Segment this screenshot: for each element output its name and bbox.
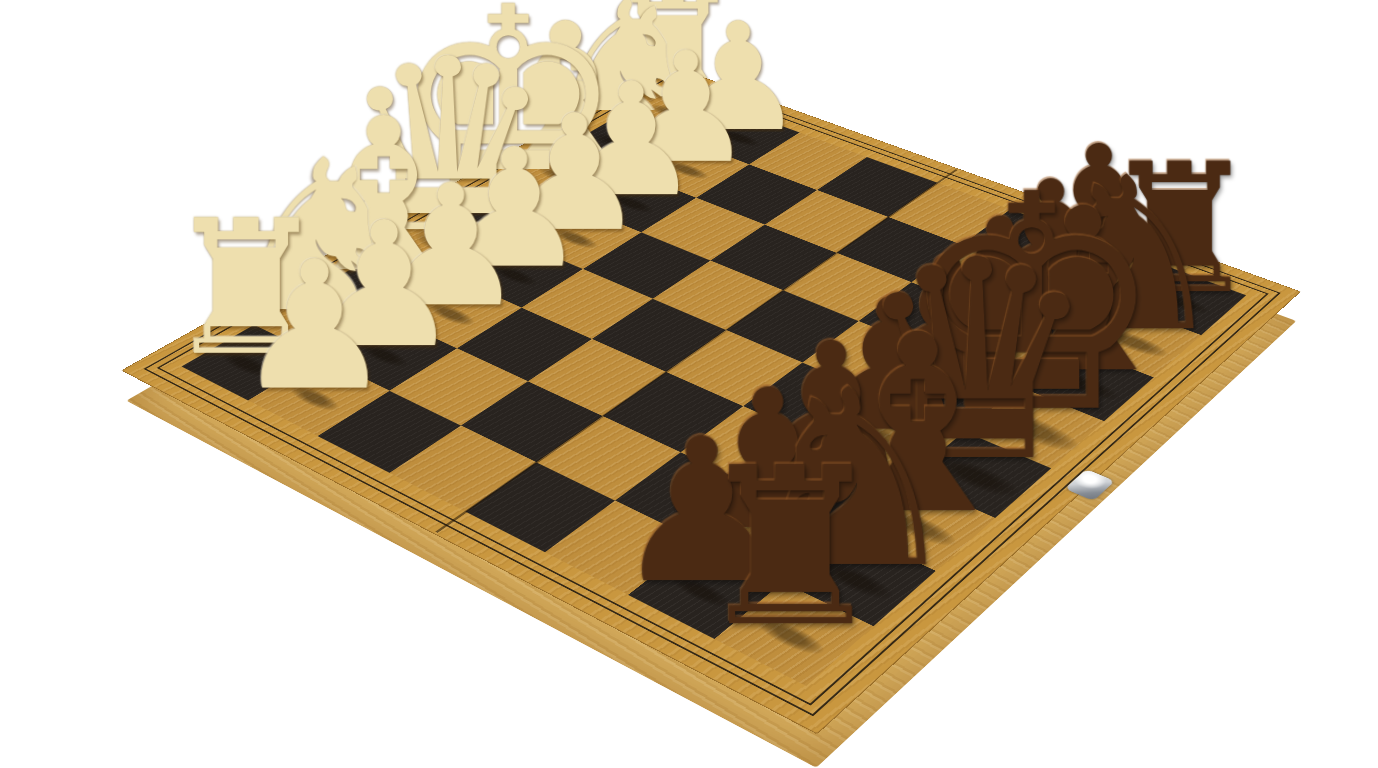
board-3d-tilt: ♜♟♟♜♞♟♟♞♝♟♟♝♚♟♟♚♛♟♟♛♝♟♟♝♞♟♟♞♜♟♟♜ <box>121 64 1301 735</box>
chess-board: ♜♟♟♜♞♟♟♞♝♟♟♝♚♟♟♚♛♟♟♛♝♟♟♝♞♟♟♞♜♟♟♜ <box>121 64 1301 735</box>
pawn-glyph: ♟ <box>235 238 394 415</box>
chess-set-photo: ♜♟♟♜♞♟♟♞♝♟♟♝♚♟♟♚♛♟♟♛♝♟♟♝♞♟♟♞♜♟♟♜ <box>306 0 1146 750</box>
board-field: ♜♟♟♜♞♟♟♞♝♟♟♝♚♟♟♚♛♟♟♛♝♟♟♝♞♟♟♞♜♟♟♜ <box>182 86 1247 686</box>
white-pawn[interactable]: ♟ <box>235 227 394 404</box>
square-a8[interactable]: ♜ <box>715 583 873 686</box>
rook-glyph: ♜ <box>693 439 888 657</box>
black-rook[interactable]: ♜ <box>693 426 888 644</box>
